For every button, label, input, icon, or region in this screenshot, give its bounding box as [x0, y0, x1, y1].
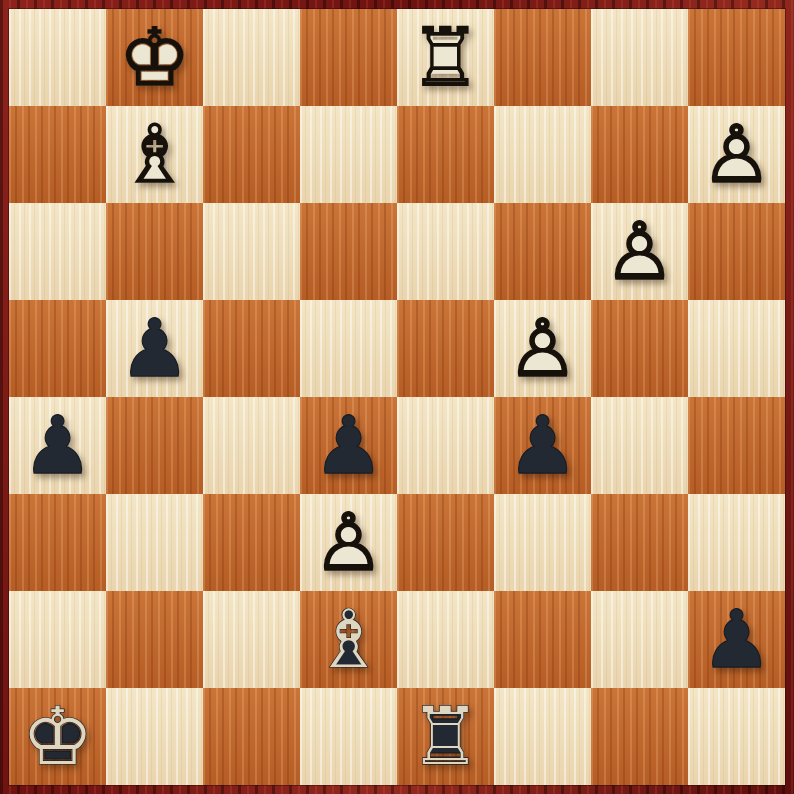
white-rook-piece[interactable]: ♜♖	[397, 9, 494, 106]
square-c6[interactable]	[203, 203, 300, 300]
square-d1[interactable]	[300, 688, 397, 785]
piece-fill-glyph: ♟	[9, 397, 106, 494]
square-f8[interactable]	[494, 9, 591, 106]
white-pawn-piece[interactable]: ♟♙	[591, 203, 688, 300]
piece-outline-glyph: ♙	[494, 300, 591, 397]
square-e4[interactable]	[397, 397, 494, 494]
square-b8[interactable]: ♚♔	[106, 9, 203, 106]
square-h7[interactable]: ♟♙	[688, 106, 785, 203]
white-bishop-piece[interactable]: ♝♗	[106, 106, 203, 203]
square-a1[interactable]: ♚♔	[9, 688, 106, 785]
square-h3[interactable]	[688, 494, 785, 591]
square-c3[interactable]	[203, 494, 300, 591]
piece-outline-glyph: ♔	[9, 688, 106, 785]
square-g4[interactable]	[591, 397, 688, 494]
square-h2[interactable]: ♟	[688, 591, 785, 688]
square-e8[interactable]: ♜♖	[397, 9, 494, 106]
black-bishop-piece[interactable]: ♝♗	[300, 591, 397, 688]
square-a4[interactable]: ♟	[9, 397, 106, 494]
black-pawn-piece[interactable]: ♟	[9, 397, 106, 494]
square-d6[interactable]	[300, 203, 397, 300]
piece-outline-glyph: ♗	[300, 591, 397, 688]
black-pawn-piece[interactable]: ♟	[106, 300, 203, 397]
square-e5[interactable]	[397, 300, 494, 397]
white-pawn-piece[interactable]: ♟♙	[688, 106, 785, 203]
square-d2[interactable]: ♝♗	[300, 591, 397, 688]
black-king-piece[interactable]: ♚♔	[9, 688, 106, 785]
white-king-piece[interactable]: ♚♔	[106, 9, 203, 106]
piece-outline-glyph: ♙	[300, 494, 397, 591]
square-g6[interactable]: ♟♙	[591, 203, 688, 300]
square-f6[interactable]	[494, 203, 591, 300]
square-g7[interactable]	[591, 106, 688, 203]
square-g2[interactable]	[591, 591, 688, 688]
square-d8[interactable]	[300, 9, 397, 106]
square-a8[interactable]	[9, 9, 106, 106]
square-e7[interactable]	[397, 106, 494, 203]
square-a6[interactable]	[9, 203, 106, 300]
square-h1[interactable]	[688, 688, 785, 785]
piece-fill-glyph: ♟	[106, 300, 203, 397]
black-rook-piece[interactable]: ♜♖	[397, 688, 494, 785]
square-d5[interactable]	[300, 300, 397, 397]
square-f7[interactable]	[494, 106, 591, 203]
white-pawn-piece[interactable]: ♟♙	[494, 300, 591, 397]
piece-outline-glyph: ♗	[106, 106, 203, 203]
square-f3[interactable]	[494, 494, 591, 591]
square-h6[interactable]	[688, 203, 785, 300]
piece-fill-glyph: ♟	[494, 397, 591, 494]
square-e3[interactable]	[397, 494, 494, 591]
square-b6[interactable]	[106, 203, 203, 300]
square-f1[interactable]	[494, 688, 591, 785]
square-c4[interactable]	[203, 397, 300, 494]
square-f5[interactable]: ♟♙	[494, 300, 591, 397]
square-c1[interactable]	[203, 688, 300, 785]
chess-board: ♚♔♜♖♝♗♟♙♟♙♟♟♙♟♟♟♟♙♝♗♟♚♔♜♖	[9, 9, 785, 785]
black-pawn-piece[interactable]: ♟	[688, 591, 785, 688]
square-a7[interactable]	[9, 106, 106, 203]
square-e1[interactable]: ♜♖	[397, 688, 494, 785]
square-c8[interactable]	[203, 9, 300, 106]
piece-fill-glyph: ♟	[300, 397, 397, 494]
square-a3[interactable]	[9, 494, 106, 591]
square-a5[interactable]	[9, 300, 106, 397]
square-c7[interactable]	[203, 106, 300, 203]
piece-outline-glyph: ♙	[688, 106, 785, 203]
white-pawn-piece[interactable]: ♟♙	[300, 494, 397, 591]
square-b4[interactable]	[106, 397, 203, 494]
square-b3[interactable]	[106, 494, 203, 591]
square-h4[interactable]	[688, 397, 785, 494]
square-d3[interactable]: ♟♙	[300, 494, 397, 591]
square-b7[interactable]: ♝♗	[106, 106, 203, 203]
black-pawn-piece[interactable]: ♟	[300, 397, 397, 494]
square-c2[interactable]	[203, 591, 300, 688]
square-a2[interactable]	[9, 591, 106, 688]
piece-outline-glyph: ♖	[397, 688, 494, 785]
square-g5[interactable]	[591, 300, 688, 397]
square-h5[interactable]	[688, 300, 785, 397]
square-e2[interactable]	[397, 591, 494, 688]
board-frame: ♚♔♜♖♝♗♟♙♟♙♟♟♙♟♟♟♟♙♝♗♟♚♔♜♖	[0, 0, 794, 794]
piece-outline-glyph: ♙	[591, 203, 688, 300]
piece-fill-glyph: ♟	[688, 591, 785, 688]
square-d4[interactable]: ♟	[300, 397, 397, 494]
square-b1[interactable]	[106, 688, 203, 785]
square-g3[interactable]	[591, 494, 688, 591]
black-pawn-piece[interactable]: ♟	[494, 397, 591, 494]
square-h8[interactable]	[688, 9, 785, 106]
square-g1[interactable]	[591, 688, 688, 785]
piece-outline-glyph: ♖	[397, 9, 494, 106]
square-g8[interactable]	[591, 9, 688, 106]
square-e6[interactable]	[397, 203, 494, 300]
square-b5[interactable]: ♟	[106, 300, 203, 397]
square-f4[interactable]: ♟	[494, 397, 591, 494]
square-b2[interactable]	[106, 591, 203, 688]
piece-outline-glyph: ♔	[106, 9, 203, 106]
square-d7[interactable]	[300, 106, 397, 203]
square-f2[interactable]	[494, 591, 591, 688]
square-c5[interactable]	[203, 300, 300, 397]
